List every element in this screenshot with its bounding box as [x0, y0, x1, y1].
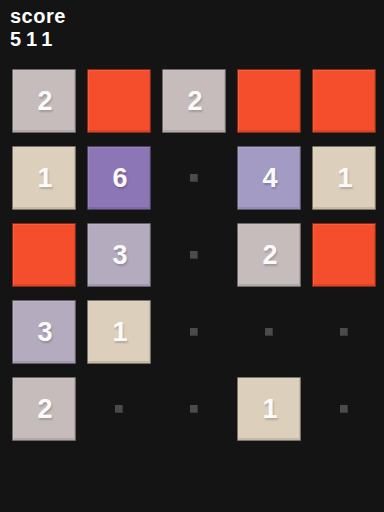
tile-red-blank[interactable]: [312, 223, 376, 287]
empty-cell[interactable]: [237, 300, 301, 364]
empty-dot-icon: [190, 251, 198, 259]
tile-red-blank[interactable]: [237, 69, 301, 133]
empty-dot-icon: [190, 328, 198, 336]
tile-3[interactable]: 3: [12, 300, 76, 364]
tile-1[interactable]: 1: [12, 146, 76, 210]
tile-2[interactable]: 2: [12, 377, 76, 441]
tile-number: 3: [37, 317, 52, 348]
tile-number: 2: [37, 394, 52, 425]
game-board: 221641323121: [12, 69, 376, 441]
tile-number: 3: [112, 240, 127, 271]
empty-dot-icon: [190, 174, 198, 182]
tile-number: 1: [262, 394, 277, 425]
tile-6[interactable]: 6: [87, 146, 151, 210]
tile-red-blank[interactable]: [12, 223, 76, 287]
tile-4[interactable]: 4: [237, 146, 301, 210]
tile-2[interactable]: 2: [12, 69, 76, 133]
tile-1[interactable]: 1: [237, 377, 301, 441]
tile-2[interactable]: 2: [237, 223, 301, 287]
tile-number: 2: [187, 86, 202, 117]
tile-3[interactable]: 3: [87, 223, 151, 287]
empty-dot-icon: [265, 328, 273, 336]
tile-1[interactable]: 1: [312, 146, 376, 210]
tile-number: 2: [37, 86, 52, 117]
empty-cell[interactable]: [162, 223, 226, 287]
tile-number: 6: [112, 163, 127, 194]
empty-cell[interactable]: [162, 377, 226, 441]
score-value: 511: [10, 28, 66, 50]
empty-dot-icon: [115, 405, 123, 413]
tile-red-blank[interactable]: [312, 69, 376, 133]
empty-cell[interactable]: [87, 377, 151, 441]
tile-number: 1: [37, 163, 52, 194]
empty-dot-icon: [340, 405, 348, 413]
tile-number: 2: [262, 240, 277, 271]
tile-number: 4: [262, 163, 277, 194]
score-panel: score 511: [10, 5, 66, 50]
tile-red-blank[interactable]: [87, 69, 151, 133]
score-label: score: [10, 5, 66, 27]
empty-cell[interactable]: [312, 300, 376, 364]
tile-number: 1: [337, 163, 352, 194]
empty-dot-icon: [190, 405, 198, 413]
tile-2[interactable]: 2: [162, 69, 226, 133]
tile-number: 1: [112, 317, 127, 348]
empty-cell[interactable]: [312, 377, 376, 441]
tile-1[interactable]: 1: [87, 300, 151, 364]
empty-cell[interactable]: [162, 146, 226, 210]
empty-cell[interactable]: [162, 300, 226, 364]
empty-dot-icon: [340, 328, 348, 336]
